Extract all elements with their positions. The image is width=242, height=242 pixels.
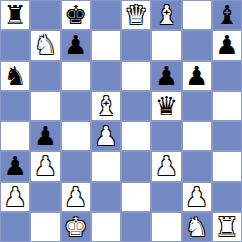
white-knight-icon: ♞: [185, 214, 208, 240]
square-d2[interactable]: [91, 182, 121, 212]
square-g5[interactable]: [182, 91, 212, 121]
square-c5[interactable]: [61, 91, 91, 121]
square-a6[interactable]: ♞: [0, 61, 30, 91]
white-bishop-icon: ♝: [94, 93, 117, 119]
square-a3[interactable]: ♟: [0, 151, 30, 181]
square-d7[interactable]: [91, 30, 121, 60]
square-b2[interactable]: [30, 182, 60, 212]
square-d4[interactable]: ♟: [91, 121, 121, 151]
white-pawn-icon: ♟: [3, 184, 26, 210]
square-h8[interactable]: ♝: [212, 0, 242, 30]
square-d3[interactable]: [91, 151, 121, 181]
black-queen-icon: ♛: [155, 93, 178, 119]
square-d8[interactable]: [91, 0, 121, 30]
white-pawn-icon: ♟: [34, 153, 57, 179]
square-g1[interactable]: ♞: [182, 212, 212, 242]
square-a5[interactable]: [0, 91, 30, 121]
square-a1[interactable]: [0, 212, 30, 242]
black-pawn-icon: ♟: [185, 63, 208, 89]
square-f7[interactable]: [151, 30, 181, 60]
square-e3[interactable]: [121, 151, 151, 181]
square-b4[interactable]: ♟: [30, 121, 60, 151]
black-bishop-icon: ♝: [215, 2, 238, 28]
square-f5[interactable]: ♛: [151, 91, 181, 121]
black-king-icon: ♚: [64, 2, 87, 28]
square-h7[interactable]: ♟: [212, 30, 242, 60]
square-b6[interactable]: [30, 61, 60, 91]
white-king-icon: ♚: [64, 214, 87, 240]
square-g8[interactable]: [182, 0, 212, 30]
square-h5[interactable]: [212, 91, 242, 121]
square-h6[interactable]: [212, 61, 242, 91]
white-pawn-icon: ♟: [185, 184, 208, 210]
black-knight-icon: ♞: [3, 63, 26, 89]
square-a2[interactable]: ♟: [0, 182, 30, 212]
square-f8[interactable]: ♝: [151, 0, 181, 30]
square-a7[interactable]: [0, 30, 30, 60]
square-c6[interactable]: [61, 61, 91, 91]
chess-board: ♜♚♛♝♝♞♟♟♞♟♟♝♛♟♟♟♟♟♟♟♟♚♞♜: [0, 0, 242, 242]
white-knight-icon: ♞: [34, 32, 57, 58]
square-e1[interactable]: [121, 212, 151, 242]
square-e4[interactable]: [121, 121, 151, 151]
square-g2[interactable]: ♟: [182, 182, 212, 212]
square-f6[interactable]: ♟: [151, 61, 181, 91]
white-pawn-icon: ♟: [94, 123, 117, 149]
square-b1[interactable]: [30, 212, 60, 242]
square-b8[interactable]: [30, 0, 60, 30]
white-queen-icon: ♛: [124, 2, 147, 28]
black-pawn-icon: ♟: [3, 153, 26, 179]
square-a8[interactable]: ♜: [0, 0, 30, 30]
square-c1[interactable]: ♚: [61, 212, 91, 242]
square-g3[interactable]: [182, 151, 212, 181]
square-b3[interactable]: ♟: [30, 151, 60, 181]
square-e5[interactable]: [121, 91, 151, 121]
white-bishop-icon: ♝: [155, 2, 178, 28]
white-rook-icon: ♜: [215, 214, 238, 240]
square-a4[interactable]: [0, 121, 30, 151]
black-pawn-icon: ♟: [64, 32, 87, 58]
square-e6[interactable]: [121, 61, 151, 91]
black-pawn-icon: ♟: [34, 123, 57, 149]
square-b5[interactable]: [30, 91, 60, 121]
square-e8[interactable]: ♛: [121, 0, 151, 30]
square-e2[interactable]: [121, 182, 151, 212]
square-c8[interactable]: ♚: [61, 0, 91, 30]
square-c7[interactable]: ♟: [61, 30, 91, 60]
square-g4[interactable]: [182, 121, 212, 151]
square-d6[interactable]: [91, 61, 121, 91]
square-c4[interactable]: [61, 121, 91, 151]
square-e7[interactable]: [121, 30, 151, 60]
square-f4[interactable]: [151, 121, 181, 151]
square-h2[interactable]: [212, 182, 242, 212]
square-c3[interactable]: [61, 151, 91, 181]
square-d5[interactable]: ♝: [91, 91, 121, 121]
black-pawn-icon: ♟: [215, 32, 238, 58]
black-pawn-icon: ♟: [155, 63, 178, 89]
white-pawn-icon: ♟: [155, 153, 178, 179]
square-f1[interactable]: [151, 212, 181, 242]
square-g6[interactable]: ♟: [182, 61, 212, 91]
square-c2[interactable]: ♟: [61, 182, 91, 212]
black-rook-icon: ♜: [3, 2, 26, 28]
square-f2[interactable]: [151, 182, 181, 212]
square-h4[interactable]: [212, 121, 242, 151]
square-h1[interactable]: ♜: [212, 212, 242, 242]
square-g7[interactable]: [182, 30, 212, 60]
square-b7[interactable]: ♞: [30, 30, 60, 60]
square-d1[interactable]: [91, 212, 121, 242]
square-h3[interactable]: [212, 151, 242, 181]
square-f3[interactable]: ♟: [151, 151, 181, 181]
white-pawn-icon: ♟: [64, 184, 87, 210]
